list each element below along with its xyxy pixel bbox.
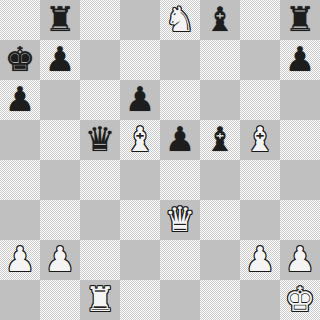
piece-black-king[interactable]: ♚ [5,40,35,79]
piece-black-rook[interactable]: ♜ [45,0,75,39]
square-a6[interactable]: ♟ [0,80,40,120]
square-g6[interactable] [240,80,280,120]
piece-white-knight[interactable]: ♞ [165,0,195,39]
square-b6[interactable] [40,80,80,120]
square-c8[interactable] [80,0,120,40]
square-b2[interactable]: ♟ [40,240,80,280]
square-c6[interactable] [80,80,120,120]
square-a4[interactable] [0,160,40,200]
piece-white-pawn[interactable]: ♟ [245,240,275,279]
square-b8[interactable]: ♜ [40,0,80,40]
piece-black-bishop[interactable]: ♝ [205,0,235,39]
square-a3[interactable] [0,200,40,240]
square-e2[interactable] [160,240,200,280]
square-d6[interactable]: ♟ [120,80,160,120]
square-c1[interactable]: ♜ [80,280,120,320]
square-d5[interactable]: ♝ [120,120,160,160]
square-g5[interactable]: ♝ [240,120,280,160]
piece-black-pawn[interactable]: ♟ [165,120,195,159]
square-h7[interactable]: ♟ [280,40,320,80]
square-a5[interactable] [0,120,40,160]
square-h5[interactable] [280,120,320,160]
square-e4[interactable] [160,160,200,200]
square-h2[interactable]: ♟ [280,240,320,280]
square-h4[interactable] [280,160,320,200]
square-g7[interactable] [240,40,280,80]
square-h8[interactable]: ♜ [280,0,320,40]
square-d2[interactable] [120,240,160,280]
square-e3[interactable]: ♛ [160,200,200,240]
square-h3[interactable] [280,200,320,240]
piece-black-queen[interactable]: ♛ [85,120,115,159]
square-e5[interactable]: ♟ [160,120,200,160]
square-g8[interactable] [240,0,280,40]
square-a7[interactable]: ♚ [0,40,40,80]
piece-black-rook[interactable]: ♜ [285,0,315,39]
piece-white-pawn[interactable]: ♟ [285,240,315,279]
piece-black-pawn[interactable]: ♟ [285,40,315,79]
square-h6[interactable] [280,80,320,120]
square-h1[interactable]: ♚ [280,280,320,320]
square-b5[interactable] [40,120,80,160]
chess-board: ♜♞♝♜♚♟♟♟♟♛♝♟♝♝♛♟♟♟♟♜♚ [0,0,320,320]
square-c5[interactable]: ♛ [80,120,120,160]
square-a2[interactable]: ♟ [0,240,40,280]
square-b7[interactable]: ♟ [40,40,80,80]
square-e1[interactable] [160,280,200,320]
piece-white-rook[interactable]: ♜ [85,280,115,319]
square-b1[interactable] [40,280,80,320]
square-b4[interactable] [40,160,80,200]
square-g1[interactable] [240,280,280,320]
square-c4[interactable] [80,160,120,200]
square-f6[interactable] [200,80,240,120]
piece-white-king[interactable]: ♚ [285,280,315,319]
square-g4[interactable] [240,160,280,200]
square-e6[interactable] [160,80,200,120]
square-d4[interactable] [120,160,160,200]
square-d7[interactable] [120,40,160,80]
piece-white-pawn[interactable]: ♟ [5,240,35,279]
piece-black-bishop[interactable]: ♝ [205,120,235,159]
square-b3[interactable] [40,200,80,240]
square-f4[interactable] [200,160,240,200]
square-f5[interactable]: ♝ [200,120,240,160]
square-a8[interactable] [0,0,40,40]
square-g3[interactable] [240,200,280,240]
square-d1[interactable] [120,280,160,320]
square-c7[interactable] [80,40,120,80]
square-g2[interactable]: ♟ [240,240,280,280]
square-e7[interactable] [160,40,200,80]
square-f8[interactable]: ♝ [200,0,240,40]
square-f2[interactable] [200,240,240,280]
piece-white-pawn[interactable]: ♟ [45,240,75,279]
piece-white-bishop[interactable]: ♝ [245,120,275,159]
piece-black-pawn[interactable]: ♟ [45,40,75,79]
square-e8[interactable]: ♞ [160,0,200,40]
square-d8[interactable] [120,0,160,40]
piece-white-bishop[interactable]: ♝ [125,120,155,159]
piece-black-pawn[interactable]: ♟ [5,80,35,119]
square-d3[interactable] [120,200,160,240]
square-c3[interactable] [80,200,120,240]
piece-black-pawn[interactable]: ♟ [125,80,155,119]
square-f1[interactable] [200,280,240,320]
square-f3[interactable] [200,200,240,240]
square-c2[interactable] [80,240,120,280]
square-f7[interactable] [200,40,240,80]
square-a1[interactable] [0,280,40,320]
piece-white-queen[interactable]: ♛ [165,200,195,239]
